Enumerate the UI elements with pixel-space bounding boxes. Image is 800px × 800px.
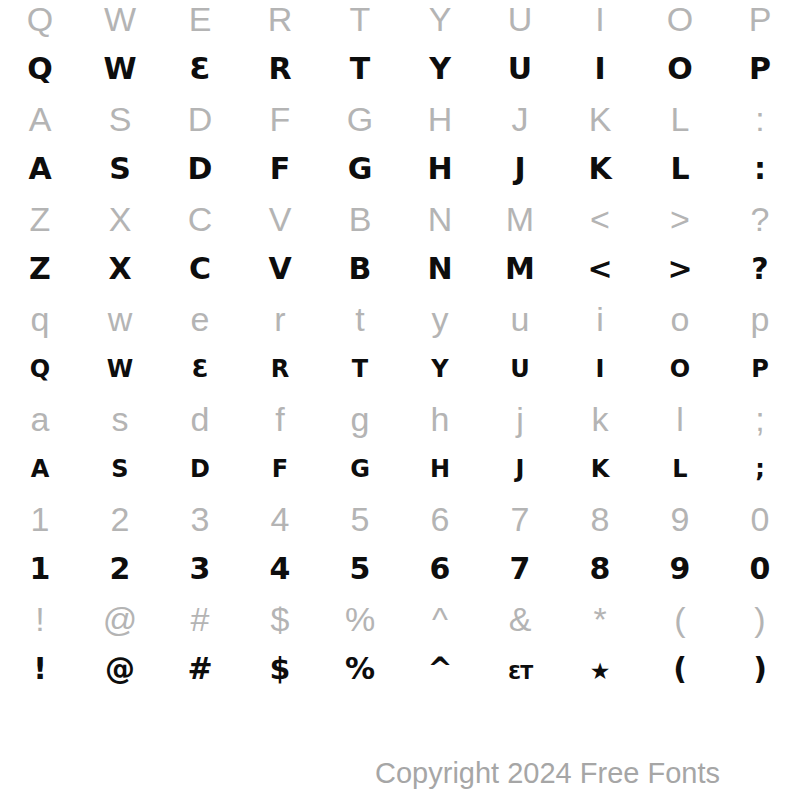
- glyph-cell: 2: [80, 538, 160, 600]
- glyph-cell: Q: [0, 0, 80, 38]
- glyph-cell: B: [320, 200, 400, 238]
- row-4-styled: ASDFGHJKL:: [0, 138, 800, 200]
- glyph-cell: &: [480, 600, 560, 638]
- row-3-ref: ASDFGHJKL:: [0, 100, 800, 138]
- glyph-cell: >: [640, 238, 720, 300]
- glyph-cell: F: [240, 100, 320, 138]
- glyph-cell: ★: [560, 640, 640, 702]
- glyph-cell: Z: [0, 238, 80, 300]
- glyph-cell: N: [400, 200, 480, 238]
- glyph-cell: #: [160, 638, 240, 700]
- glyph-cell: 9: [640, 538, 720, 600]
- glyph-cell: y: [400, 300, 480, 338]
- glyph-cell: N: [400, 238, 480, 300]
- glyph-cell: C: [160, 238, 240, 300]
- glyph-cell: U: [480, 338, 560, 400]
- glyph-cell: 1: [0, 538, 80, 600]
- glyph-cell: Ɛ: [160, 338, 240, 400]
- glyph-cell: 1: [0, 500, 80, 538]
- glyph-cell: Q: [0, 338, 80, 400]
- glyph-cell: I: [560, 38, 640, 100]
- glyph-cell: 0: [720, 500, 800, 538]
- glyph-cell: L: [640, 138, 720, 200]
- glyph-cell: O: [640, 0, 720, 38]
- glyph-cell: V: [240, 238, 320, 300]
- glyph-cell: 8: [560, 500, 640, 538]
- glyph-cell: Y: [400, 38, 480, 100]
- glyph-cell: F: [240, 438, 320, 500]
- glyph-cell: d: [160, 400, 240, 438]
- glyph-cell: !: [0, 600, 80, 638]
- glyph-cell: 9: [640, 500, 720, 538]
- glyph-cell: O: [640, 338, 720, 400]
- glyph-cell: G: [320, 138, 400, 200]
- glyph-cell: <: [560, 200, 640, 238]
- glyph-cell: u: [480, 300, 560, 338]
- glyph-cell: V: [240, 200, 320, 238]
- glyph-cell: R: [240, 0, 320, 38]
- glyph-cell: p: [720, 300, 800, 338]
- row-5-ref: ZXCVBNM<>?: [0, 200, 800, 238]
- glyph-cell: s: [80, 400, 160, 438]
- glyph-cell: ƐT: [480, 641, 560, 703]
- glyph-cell: 3: [160, 538, 240, 600]
- glyph-cell: B: [320, 238, 400, 300]
- glyph-cell: ?: [720, 200, 800, 238]
- glyph-cell: r: [240, 300, 320, 338]
- font-specimen-sheet: QWERTYUIOPQWƐRTYUIOPASDFGHJKL:ASDFGHJKL:…: [0, 0, 800, 800]
- glyph-cell: 7: [480, 538, 560, 600]
- glyph-cell: %: [320, 638, 400, 700]
- glyph-cell: ;: [720, 438, 800, 500]
- row-6-styled: ZXCVBNM<>?: [0, 238, 800, 300]
- glyph-cell: a: [0, 400, 80, 438]
- glyph-cell: f: [240, 400, 320, 438]
- glyph-cell: :: [720, 100, 800, 138]
- glyph-cell: *: [560, 600, 640, 638]
- row-9-ref: asdfghjkl;: [0, 400, 800, 438]
- glyph-cell: 6: [400, 500, 480, 538]
- glyph-cell: ): [720, 638, 800, 700]
- glyph-cell: C: [160, 200, 240, 238]
- row-12-styled: 1234567890: [0, 538, 800, 600]
- glyph-cell: P: [720, 38, 800, 100]
- glyph-cell: G: [320, 100, 400, 138]
- glyph-cell: :: [720, 138, 800, 200]
- glyph-cell: K: [560, 138, 640, 200]
- glyph-cell: P: [720, 338, 800, 400]
- glyph-cell: E: [160, 0, 240, 38]
- glyph-cell: 5: [320, 538, 400, 600]
- glyph-cell: 7: [480, 500, 560, 538]
- glyph-cell: W: [80, 0, 160, 38]
- glyph-cell: G: [320, 438, 400, 500]
- glyph-cell: Ɛ: [160, 38, 240, 100]
- glyph-cell: D: [160, 100, 240, 138]
- glyph-cell: @: [80, 638, 160, 700]
- glyph-cell: R: [240, 38, 320, 100]
- glyph-cell: A: [0, 438, 80, 500]
- glyph-cell: H: [400, 438, 480, 500]
- glyph-cell: (: [640, 638, 720, 700]
- glyph-cell: 4: [240, 500, 320, 538]
- glyph-cell: k: [560, 400, 640, 438]
- glyph-cell: L: [640, 438, 720, 500]
- glyph-cell: T: [320, 38, 400, 100]
- glyph-cell: W: [80, 338, 160, 400]
- glyph-cell: 2: [80, 500, 160, 538]
- glyph-cell: 4: [240, 538, 320, 600]
- glyph-cell: S: [80, 100, 160, 138]
- glyph-cell: U: [480, 0, 560, 38]
- glyph-cell: H: [400, 138, 480, 200]
- glyph-cell: >: [640, 200, 720, 238]
- glyph-cell: 0: [720, 538, 800, 600]
- copyright-text: Copyright 2024 Free Fonts: [375, 757, 720, 790]
- glyph-cell: J: [480, 100, 560, 138]
- glyph-cell: $: [240, 600, 320, 638]
- row-1-ref: QWERTYUIOP: [0, 0, 800, 38]
- glyph-cell: i: [560, 300, 640, 338]
- glyph-cell: Q: [0, 38, 80, 100]
- row-11-ref: 1234567890: [0, 500, 800, 538]
- glyph-cell: O: [640, 38, 720, 100]
- glyph-cell: A: [0, 138, 80, 200]
- glyph-cell: (: [640, 600, 720, 638]
- glyph-cell: %: [320, 600, 400, 638]
- glyph-cell: ): [720, 600, 800, 638]
- glyph-cell: Y: [400, 0, 480, 38]
- glyph-cell: Y: [400, 338, 480, 400]
- glyph-cell: 8: [560, 538, 640, 600]
- glyph-cell: T: [320, 338, 400, 400]
- character-map-grid: QWERTYUIOPQWƐRTYUIOPASDFGHJKL:ASDFGHJKL:…: [0, 0, 800, 700]
- glyph-cell: M: [480, 200, 560, 238]
- glyph-cell: !: [0, 638, 80, 700]
- glyph-cell: J: [480, 138, 560, 200]
- glyph-cell: j: [480, 400, 560, 438]
- glyph-cell: F: [240, 138, 320, 200]
- glyph-cell: o: [640, 300, 720, 338]
- glyph-cell: ^: [400, 638, 480, 700]
- row-8-styled-small: QWƐRTYUIOP: [0, 338, 800, 400]
- glyph-cell: W: [80, 38, 160, 100]
- glyph-cell: t: [320, 300, 400, 338]
- row-2-styled: QWƐRTYUIOP: [0, 38, 800, 100]
- glyph-cell: ^: [400, 600, 480, 638]
- glyph-cell: ?: [720, 238, 800, 300]
- glyph-cell: P: [720, 0, 800, 38]
- glyph-cell: Z: [0, 200, 80, 238]
- glyph-cell: U: [480, 38, 560, 100]
- glyph-cell: M: [480, 238, 560, 300]
- row-13-ref: !@#$%^&*(): [0, 600, 800, 638]
- glyph-cell: A: [0, 100, 80, 138]
- glyph-cell: R: [240, 338, 320, 400]
- glyph-cell: S: [80, 438, 160, 500]
- glyph-cell: I: [560, 338, 640, 400]
- row-14-styled: !@#$%^ƐT★(): [0, 638, 800, 700]
- glyph-cell: L: [640, 100, 720, 138]
- glyph-cell: K: [560, 438, 640, 500]
- glyph-cell: J: [480, 438, 560, 500]
- glyph-cell: q: [0, 300, 80, 338]
- glyph-cell: K: [560, 100, 640, 138]
- glyph-cell: w: [80, 300, 160, 338]
- glyph-cell: e: [160, 300, 240, 338]
- glyph-cell: <: [560, 238, 640, 300]
- glyph-cell: g: [320, 400, 400, 438]
- glyph-cell: H: [400, 100, 480, 138]
- glyph-cell: 6: [400, 538, 480, 600]
- row-7-ref: qwertyuiop: [0, 300, 800, 338]
- glyph-cell: T: [320, 0, 400, 38]
- row-10-styled-small: ASDFGHJKL;: [0, 438, 800, 500]
- glyph-cell: #: [160, 600, 240, 638]
- glyph-cell: ;: [720, 400, 800, 438]
- glyph-cell: l: [640, 400, 720, 438]
- glyph-cell: X: [80, 238, 160, 300]
- glyph-cell: @: [80, 600, 160, 638]
- glyph-cell: 5: [320, 500, 400, 538]
- glyph-cell: S: [80, 138, 160, 200]
- glyph-cell: $: [240, 638, 320, 700]
- glyph-cell: D: [160, 438, 240, 500]
- glyph-cell: 3: [160, 500, 240, 538]
- glyph-cell: h: [400, 400, 480, 438]
- glyph-cell: D: [160, 138, 240, 200]
- glyph-cell: X: [80, 200, 160, 238]
- glyph-cell: I: [560, 0, 640, 38]
